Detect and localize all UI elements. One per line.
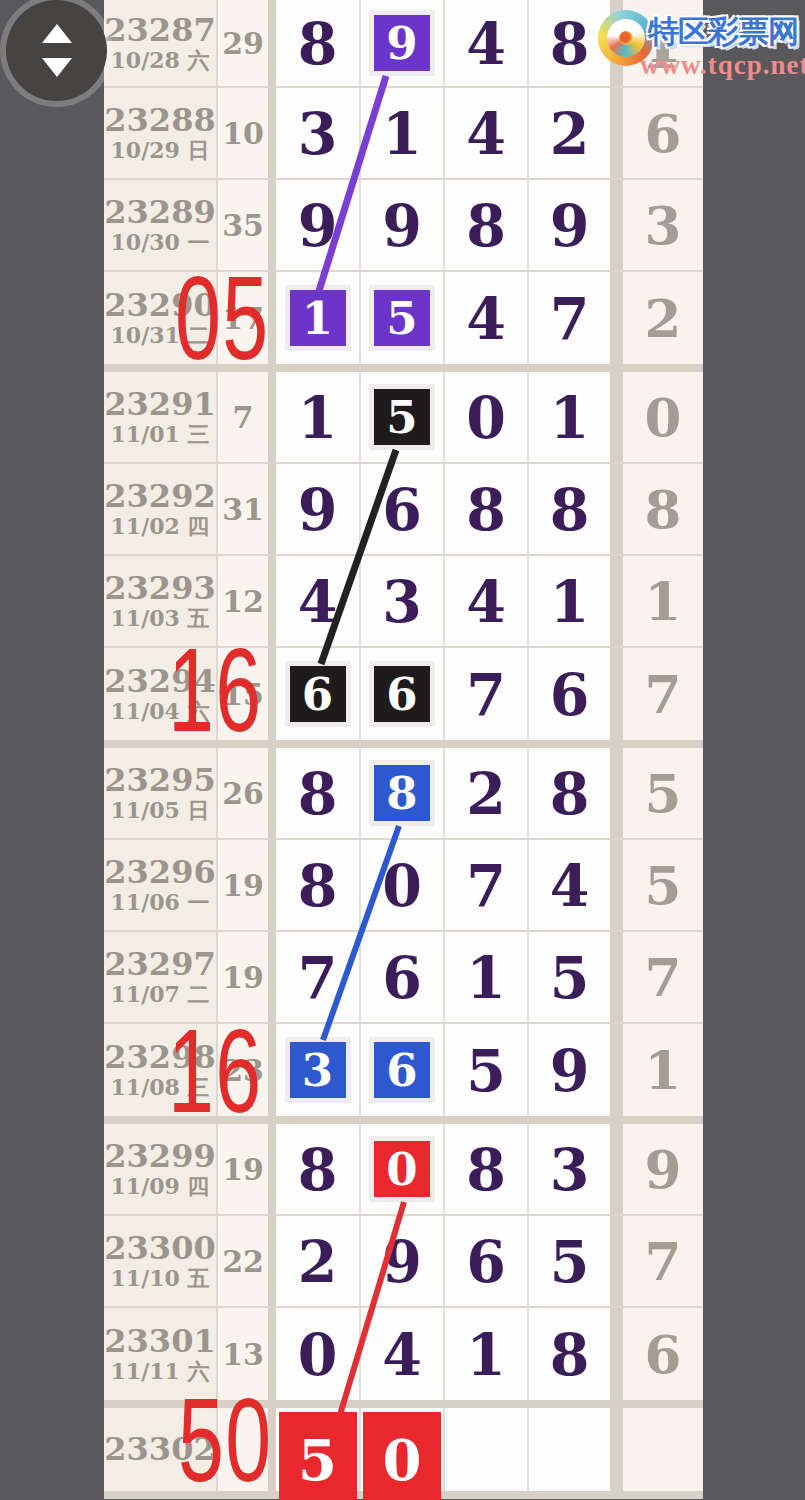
issue-number: 23301 — [104, 1325, 215, 1359]
column-divider — [610, 464, 623, 554]
column-divider — [610, 180, 623, 270]
highlight-digit: 6 — [302, 672, 333, 717]
sum-cell: 26 — [216, 748, 268, 838]
sum-cell: 19 — [216, 1124, 268, 1214]
tail-digit: 2 — [645, 292, 682, 345]
highlight-square-bigred: 5 — [279, 1412, 357, 1500]
digit-cell: 0 — [276, 1308, 359, 1400]
tail-cell: 3 — [623, 180, 703, 270]
highlight-digit: 8 — [386, 771, 417, 816]
highlight-square-blue: 6 — [374, 1042, 430, 1098]
issue-cell: 2330011/10 五 — [104, 1216, 216, 1306]
digit: 4 — [466, 15, 506, 72]
digit-cell: 4 — [527, 840, 610, 930]
sum-cell: 31 — [216, 464, 268, 554]
tail-cell: 7 — [623, 1216, 703, 1306]
digit: 2 — [298, 1233, 338, 1290]
column-divider — [610, 272, 623, 364]
issue-number: 23297 — [104, 948, 215, 982]
row-23292: 2329211/02 四3196888 — [104, 464, 703, 556]
digit: 0 — [382, 857, 422, 914]
issue-cell: 2329511/05 日 — [104, 748, 216, 838]
digit: 8 — [466, 197, 506, 254]
draw-date: 11/06 一 — [111, 890, 210, 914]
sum-cell: 22 — [216, 1216, 268, 1306]
digit: 8 — [550, 765, 590, 822]
digit: 3 — [298, 105, 338, 162]
digit: 2 — [550, 105, 590, 162]
issue-number: 23291 — [104, 388, 215, 422]
digit: 4 — [466, 573, 506, 630]
digit-cell: 7 — [443, 648, 527, 740]
digit-cell: 0 — [359, 840, 443, 930]
tail-digit: 0 — [645, 391, 682, 444]
digit: 4 — [298, 573, 338, 630]
column-divider — [268, 88, 276, 178]
digit-cell: 8 — [276, 840, 359, 930]
digit: 4 — [466, 105, 506, 162]
digit-cell: 7 — [527, 272, 610, 364]
digit-cell: 8 — [276, 748, 359, 838]
tail-digit: 6 — [645, 1328, 682, 1381]
row-23299: 2329911/09 四1980839 — [104, 1124, 703, 1216]
digit-cell: 8 — [443, 1124, 527, 1214]
row-23300: 2330011/10 五2229657 — [104, 1216, 703, 1308]
highlight-digit: 6 — [386, 1048, 417, 1093]
highlight-square-blue: 3 — [290, 1042, 346, 1098]
highlight-square-blue: 8 — [374, 765, 430, 821]
issue-cell: 2329111/01 三 — [104, 372, 216, 462]
row-23288: 2328810/29 日1031426 — [104, 88, 703, 180]
digit-cell: 6 — [443, 1216, 527, 1306]
highlight-square-black: 6 — [374, 666, 430, 722]
digit-cell: 3 — [276, 88, 359, 178]
sum-cell: 7 — [216, 372, 268, 462]
digit: 9 — [298, 481, 338, 538]
draw-date: 11/10 五 — [111, 1266, 210, 1290]
digit: 6 — [466, 1233, 506, 1290]
row-group: 2329911/09 四19808392330011/10 五222965723… — [104, 1124, 703, 1400]
digit-cell: 8 — [527, 748, 610, 838]
digit-cell: 9 — [276, 180, 359, 270]
digit-cell: 1 — [527, 556, 610, 646]
digit: 2 — [466, 765, 506, 822]
digit: 8 — [466, 481, 506, 538]
digit-cell: 4 — [359, 1308, 443, 1400]
column-divider — [268, 1024, 276, 1116]
column-divider — [610, 1216, 623, 1306]
tail-cell: 5 — [623, 840, 703, 930]
trend-chart-page: 2328710/28 六29894812328810/29 日103142623… — [0, 0, 805, 1500]
digit-cell: 6 — [359, 464, 443, 554]
column-divider — [610, 1024, 623, 1116]
highlight-square-purple: 1 — [290, 290, 346, 346]
column-divider — [268, 556, 276, 646]
digit: 1 — [466, 949, 506, 1006]
column-divider — [610, 372, 623, 462]
row-23291: 2329111/01 三715010 — [104, 372, 703, 464]
column-divider — [610, 88, 623, 178]
digit-cell: 8 — [359, 748, 443, 838]
digit-cell: 7 — [276, 932, 359, 1022]
column-divider — [268, 748, 276, 838]
tail-cell: 1 — [623, 556, 703, 646]
digit: 8 — [298, 765, 338, 822]
digit-cell: 1 — [443, 932, 527, 1022]
digit: 1 — [466, 1326, 506, 1383]
digit-cell: 1 — [276, 272, 359, 364]
digit-cell: 3 — [359, 556, 443, 646]
sum-cell: 19 — [216, 840, 268, 930]
digit-cell: 9 — [527, 180, 610, 270]
digit-cell: 2 — [443, 748, 527, 838]
column-divider — [610, 932, 623, 1022]
digit-cell: 6 — [359, 932, 443, 1022]
digit: 1 — [550, 389, 590, 446]
digit: 8 — [550, 481, 590, 538]
digit: 3 — [550, 1141, 590, 1198]
digit: 0 — [466, 389, 506, 446]
tail-cell: 6 — [623, 1308, 703, 1400]
sum-cell: 10 — [216, 88, 268, 178]
digit-cell: 1 — [443, 1308, 527, 1400]
digit-cell: 8 — [443, 180, 527, 270]
tail-digit: 6 — [645, 107, 682, 160]
digit: 5 — [550, 1233, 590, 1290]
digit-cell: 5 — [359, 272, 443, 364]
highlight-digit: 9 — [386, 21, 417, 66]
digit: 9 — [382, 197, 422, 254]
digit-cell: 7 — [443, 840, 527, 930]
digit: 4 — [466, 290, 506, 347]
digit-cell: 5 — [276, 1408, 359, 1491]
highlight-digit: 1 — [302, 296, 333, 341]
digit-cell: 6 — [359, 1024, 443, 1116]
digit: 8 — [298, 857, 338, 914]
tail-digit: 7 — [645, 668, 682, 721]
tail-digit: 8 — [645, 483, 682, 536]
annotation-50: 50 — [178, 1381, 273, 1499]
sum-cell: 29 — [216, 0, 268, 86]
digit: 8 — [466, 1141, 506, 1198]
digit-cell: 8 — [527, 464, 610, 554]
digit-cell: 4 — [276, 556, 359, 646]
digit-cell: 6 — [276, 648, 359, 740]
highlight-digit: 3 — [302, 1048, 333, 1093]
highlight-square-purple: 9 — [374, 15, 430, 71]
column-divider — [610, 748, 623, 838]
digit: 5 — [466, 1042, 506, 1099]
column-divider — [610, 556, 623, 646]
digit-cell: 9 — [527, 1024, 610, 1116]
issue-number: 23289 — [104, 196, 215, 230]
digit: 4 — [382, 1326, 422, 1383]
issue-cell: 2328810/29 日 — [104, 88, 216, 178]
highlight-digit: 0 — [383, 1432, 422, 1488]
digit-cell — [527, 1408, 610, 1491]
digit: 6 — [382, 481, 422, 538]
highlight-square-black: 6 — [290, 666, 346, 722]
tail-digit: 9 — [645, 1143, 682, 1196]
digit-cell: 0 — [359, 1408, 443, 1491]
digit: 1 — [382, 105, 422, 162]
row-23296: 2329611/06 一1980745 — [104, 840, 703, 932]
tail-digit: 5 — [645, 767, 682, 820]
digit-cell: 1 — [276, 372, 359, 462]
digit: 8 — [550, 1326, 590, 1383]
digit-cell: 6 — [359, 648, 443, 740]
draw-date: 11/07 二 — [111, 982, 210, 1006]
site-url: www.tqcp.net — [640, 52, 805, 79]
highlight-square-purple: 5 — [374, 290, 430, 346]
digit: 1 — [550, 573, 590, 630]
tail-digit: 3 — [645, 199, 682, 252]
digit: 4 — [550, 857, 590, 914]
digit-cell: 8 — [276, 1124, 359, 1214]
scroll-widget[interactable] — [6, 0, 107, 101]
column-divider — [268, 932, 276, 1022]
tail-digit: 7 — [645, 951, 682, 1004]
digit-cell: 2 — [276, 1216, 359, 1306]
digit-cell: 9 — [276, 464, 359, 554]
digit: 7 — [466, 666, 506, 723]
digit-cell: 5 — [527, 932, 610, 1022]
digit-cell: 9 — [359, 1216, 443, 1306]
tail-digit: 5 — [645, 859, 682, 912]
digit: 7 — [298, 949, 338, 1006]
annotation-16: 16 — [168, 631, 263, 749]
digit: 9 — [550, 197, 590, 254]
column-divider — [610, 1308, 623, 1400]
digit-cell: 3 — [527, 1124, 610, 1214]
digit-cell: 6 — [527, 648, 610, 740]
scroll-down-icon — [42, 58, 72, 77]
column-divider — [268, 648, 276, 740]
digit: 9 — [298, 197, 338, 254]
draw-date: 11/09 四 — [111, 1174, 210, 1198]
digit-cell: 5 — [443, 1024, 527, 1116]
draw-date: 10/30 一 — [111, 230, 210, 254]
draw-date: 11/05 日 — [111, 798, 210, 822]
digit-cell: 3 — [276, 1024, 359, 1116]
digit-cell: 4 — [443, 272, 527, 364]
digit-cell: 0 — [359, 1124, 443, 1214]
digit-cell: 2 — [527, 88, 610, 178]
issue-number: 23288 — [104, 104, 215, 138]
draw-date: 11/01 三 — [111, 422, 210, 446]
column-divider — [610, 1408, 623, 1491]
column-divider — [610, 648, 623, 740]
digit-cell: 9 — [359, 0, 443, 86]
tail-cell: 5 — [623, 748, 703, 838]
highlight-square-black: 5 — [374, 389, 430, 445]
tail-cell: 8 — [623, 464, 703, 554]
digit-cell: 1 — [527, 372, 610, 462]
draw-date: 11/02 四 — [111, 514, 210, 538]
digit: 6 — [382, 949, 422, 1006]
tail-cell: 6 — [623, 88, 703, 178]
annotation-05: 05 — [175, 259, 270, 377]
tail-digit: 7 — [645, 1235, 682, 1288]
issue-cell: 2329611/06 一 — [104, 840, 216, 930]
digit-cell: 8 — [443, 464, 527, 554]
column-divider — [268, 0, 276, 86]
highlight-square-red: 0 — [374, 1141, 430, 1197]
tail-digit: 1 — [645, 575, 682, 628]
tail-cell: 1 — [623, 1024, 703, 1116]
tail-digit: 1 — [645, 1044, 682, 1097]
issue-number: 23287 — [104, 14, 215, 48]
digit-cell: 0 — [443, 372, 527, 462]
issue-cell: 2328710/28 六 — [104, 0, 216, 86]
highlight-digit: 5 — [386, 395, 417, 440]
issue-number: 23299 — [104, 1140, 215, 1174]
site-name: 特区彩票网 — [648, 16, 798, 47]
column-divider — [268, 372, 276, 462]
tail-cell: 2 — [623, 272, 703, 364]
site-logo[interactable]: 1 特区彩票网 www.tqcp.net — [596, 4, 805, 90]
digit: 8 — [298, 1141, 338, 1198]
tail-cell — [623, 1408, 703, 1491]
digit: 1 — [298, 389, 338, 446]
digit: 8 — [550, 15, 590, 72]
column-divider — [610, 1124, 623, 1214]
digit-cell: 8 — [527, 1308, 610, 1400]
digit-cell — [443, 1408, 527, 1491]
highlight-digit: 5 — [386, 296, 417, 341]
digit: 7 — [466, 857, 506, 914]
digit-cell: 4 — [443, 556, 527, 646]
tail-cell: 9 — [623, 1124, 703, 1214]
column-divider — [268, 840, 276, 930]
scroll-up-icon — [42, 24, 72, 43]
digit-cell: 5 — [359, 372, 443, 462]
issue-cell: 2329911/09 四 — [104, 1124, 216, 1214]
tail-cell: 0 — [623, 372, 703, 462]
column-divider — [268, 1216, 276, 1306]
draw-date: 10/28 六 — [111, 48, 210, 72]
highlight-digit: 6 — [386, 672, 417, 717]
highlight-digit: 5 — [298, 1432, 337, 1488]
issue-number: 23295 — [104, 764, 215, 798]
digit: 5 — [550, 949, 590, 1006]
issue-number: 23296 — [104, 856, 215, 890]
highlight-digit: 0 — [386, 1147, 417, 1192]
issue-number: 23292 — [104, 480, 215, 514]
digit: 9 — [550, 1042, 590, 1099]
digit: 8 — [298, 15, 338, 72]
digit: 6 — [550, 666, 590, 723]
column-divider — [268, 1124, 276, 1214]
column-divider — [610, 840, 623, 930]
annotation-16: 16 — [168, 1012, 263, 1130]
highlight-square-bigred: 0 — [363, 1412, 441, 1500]
column-divider — [268, 464, 276, 554]
issue-cell: 2329211/02 四 — [104, 464, 216, 554]
digit-cell: 4 — [443, 88, 527, 178]
digit-cell: 5 — [527, 1216, 610, 1306]
digit-cell: 1 — [359, 88, 443, 178]
digit-cell: 4 — [443, 0, 527, 86]
digit-cell: 9 — [359, 180, 443, 270]
draw-date: 10/29 日 — [111, 138, 210, 162]
digit-cell: 8 — [276, 0, 359, 86]
row-23295: 2329511/05 日2688285 — [104, 748, 703, 840]
issue-number: 23293 — [104, 572, 215, 606]
digit: 3 — [382, 573, 422, 630]
tail-cell: 7 — [623, 648, 703, 740]
tail-cell: 7 — [623, 932, 703, 1022]
digit: 0 — [298, 1326, 338, 1383]
issue-number: 23300 — [104, 1232, 215, 1266]
digit: 7 — [550, 290, 590, 347]
digit: 9 — [382, 1233, 422, 1290]
